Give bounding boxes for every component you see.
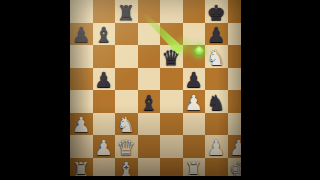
piece-black-pawn[interactable]: ♟ (207, 25, 226, 46)
square-f8[interactable] (183, 0, 206, 23)
square-a7[interactable]: ♟ (70, 23, 93, 46)
piece-white-knight[interactable]: ♞ (207, 47, 226, 68)
square-a3[interactable]: ♟ (70, 113, 93, 136)
piece-black-pawn[interactable]: ♟ (72, 25, 91, 46)
square-b5[interactable]: ♟ (93, 68, 116, 91)
square-d7[interactable] (138, 23, 161, 46)
square-b6[interactable] (93, 45, 116, 68)
square-b3[interactable] (93, 113, 116, 136)
square-d4[interactable]: ♝ (138, 90, 161, 113)
square-d2[interactable] (138, 135, 161, 158)
piece-white-knight[interactable]: ♞ (117, 115, 136, 136)
square-a2[interactable] (70, 135, 93, 158)
square-g6[interactable]: ♞ (205, 45, 228, 68)
piece-black-queen[interactable]: ♛ (162, 47, 181, 68)
square-f2[interactable] (183, 135, 206, 158)
square-b8[interactable] (93, 0, 116, 23)
square-g3[interactable] (205, 113, 228, 136)
square-g8[interactable]: ♚ (205, 0, 228, 23)
piece-black-rook[interactable]: ♜ (117, 2, 136, 23)
square-c2[interactable]: ♛ (115, 135, 138, 158)
video-frame: ♜♚♟♝♟♛♞♟♟♝♟♞♟♞♟♛♟♟♜♝♜♚ (0, 0, 320, 180)
chess-board: ♜♚♟♝♟♛♞♟♟♝♟♞♟♞♟♛♟♟♜♝♜♚ (70, 0, 250, 180)
square-c5[interactable] (115, 68, 138, 91)
square-b4[interactable] (93, 90, 116, 113)
square-d5[interactable] (138, 68, 161, 91)
piece-white-pawn[interactable]: ♟ (184, 92, 203, 113)
piece-black-knight[interactable]: ♞ (207, 92, 226, 113)
square-d3[interactable] (138, 113, 161, 136)
square-e2[interactable] (160, 135, 183, 158)
square-c6[interactable] (115, 45, 138, 68)
piece-black-pawn[interactable]: ♟ (184, 70, 203, 91)
square-d8[interactable] (138, 0, 161, 23)
square-d6[interactable] (138, 45, 161, 68)
square-g2[interactable]: ♟ (205, 135, 228, 158)
square-b2[interactable]: ♟ (93, 135, 116, 158)
square-c3[interactable]: ♞ (115, 113, 138, 136)
square-f5[interactable]: ♟ (183, 68, 206, 91)
piece-black-bishop[interactable]: ♝ (139, 92, 158, 113)
square-g4[interactable]: ♞ (205, 90, 228, 113)
square-f4[interactable]: ♟ (183, 90, 206, 113)
square-g7[interactable]: ♟ (205, 23, 228, 46)
square-e8[interactable] (160, 0, 183, 23)
letterbox-bar-right (241, 0, 320, 180)
piece-black-king[interactable]: ♚ (207, 2, 226, 23)
piece-white-pawn[interactable]: ♟ (72, 115, 91, 136)
square-a5[interactable] (70, 68, 93, 91)
square-f3[interactable] (183, 113, 206, 136)
piece-black-pawn[interactable]: ♟ (94, 70, 113, 91)
square-f7[interactable] (183, 23, 206, 46)
square-e3[interactable] (160, 113, 183, 136)
piece-white-queen[interactable]: ♛ (117, 137, 136, 158)
letterbox-bar-left (0, 0, 70, 180)
square-c8[interactable]: ♜ (115, 0, 138, 23)
square-e5[interactable] (160, 68, 183, 91)
square-b7[interactable]: ♝ (93, 23, 116, 46)
piece-white-pawn[interactable]: ♟ (207, 137, 226, 158)
piece-white-pawn[interactable]: ♟ (94, 137, 113, 158)
square-e6[interactable]: ♛ (160, 45, 183, 68)
square-e7[interactable] (160, 23, 183, 46)
square-g5[interactable] (205, 68, 228, 91)
letterbox-bar-bottom (0, 176, 320, 180)
square-f6[interactable] (183, 45, 206, 68)
square-a4[interactable] (70, 90, 93, 113)
square-c7[interactable] (115, 23, 138, 46)
square-a6[interactable] (70, 45, 93, 68)
piece-black-bishop[interactable]: ♝ (94, 25, 113, 46)
square-c4[interactable] (115, 90, 138, 113)
square-a8[interactable] (70, 0, 93, 23)
square-e4[interactable] (160, 90, 183, 113)
